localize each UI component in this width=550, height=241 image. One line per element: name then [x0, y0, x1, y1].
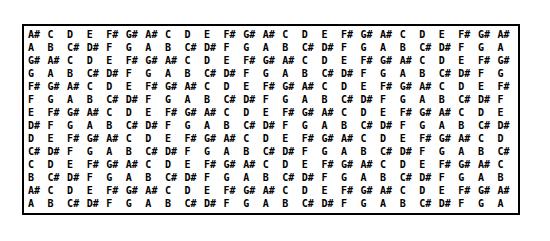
note-cell: E — [341, 54, 361, 67]
note-cell: C — [224, 106, 244, 119]
note-cell: F# — [106, 185, 126, 198]
note-cell: D — [380, 133, 400, 146]
note-cell: F — [458, 198, 478, 211]
note-cell: F — [478, 67, 498, 80]
note-cell: A# — [497, 185, 517, 198]
note-cell: A# — [184, 80, 204, 93]
note-cell: B — [497, 172, 517, 185]
note-cell: C — [126, 133, 146, 146]
note-cell: F — [126, 67, 146, 80]
note-cell: A# — [458, 133, 478, 146]
note-cell: E — [380, 106, 400, 119]
note-cell: C — [106, 106, 126, 119]
note-cell: C# — [28, 146, 48, 159]
note-cell: G — [243, 198, 263, 211]
note-cell: E — [145, 106, 165, 119]
note-cell: C — [341, 106, 361, 119]
note-cell: F — [165, 119, 185, 132]
note-cell: F — [419, 146, 439, 159]
note-cell: C# — [478, 119, 498, 132]
note-cell: D — [204, 54, 224, 67]
note-cell: A# — [243, 159, 263, 172]
note-cell: D — [302, 28, 322, 41]
note-cell: G — [243, 41, 263, 54]
note-cell: G — [145, 67, 165, 80]
note-cell: F — [145, 93, 165, 106]
note-cell: F# — [184, 133, 204, 146]
note-cell: A# — [87, 106, 107, 119]
note-cell: G — [302, 119, 322, 132]
note-cell: F — [497, 93, 517, 106]
note-cell: C — [458, 106, 478, 119]
note-cell: E — [106, 54, 126, 67]
note-cell: A — [204, 119, 224, 132]
note-cell: E — [28, 106, 48, 119]
note-cell: F# — [458, 28, 478, 41]
note-cell: D# — [145, 119, 165, 132]
note-cell: F — [341, 41, 361, 54]
note-cell: B — [361, 146, 381, 159]
note-cell: D# — [87, 198, 107, 211]
note-cell: G# — [361, 28, 381, 41]
note-cell: G — [380, 67, 400, 80]
note-cell: G# — [361, 185, 381, 198]
note-cell: A — [497, 41, 517, 54]
note-cell: F# — [106, 28, 126, 41]
note-cell: G — [67, 119, 87, 132]
note-cell: G# — [341, 159, 361, 172]
page: A#CDEF#G#A#CDEF#G#A#CDEF#G#A#CDEF#G#A#AB… — [0, 0, 550, 241]
note-cell: D — [419, 185, 439, 198]
note-cell: C# — [263, 146, 283, 159]
note-cell: D — [282, 159, 302, 172]
note-cell: C# — [224, 93, 244, 106]
note-cell: F# — [419, 133, 439, 146]
note-cell: G# — [224, 159, 244, 172]
note-cell: G — [361, 41, 381, 54]
note-cell: E — [126, 80, 146, 93]
note-cell: D# — [361, 93, 381, 106]
note-cell: A — [380, 198, 400, 211]
note-cell: G — [28, 67, 48, 80]
note-cell: C — [204, 80, 224, 93]
note-cell: F — [361, 67, 381, 80]
note-cell: F — [263, 93, 283, 106]
note-cell: C# — [204, 67, 224, 80]
note-cell: G# — [48, 80, 68, 93]
note-cell: G# — [497, 54, 517, 67]
note-cell: A — [400, 67, 420, 80]
note-cell: F# — [204, 159, 224, 172]
note-cell: C — [165, 28, 185, 41]
note-cell: E — [478, 80, 498, 93]
note-cell: G — [126, 198, 146, 211]
note-cell: A — [224, 146, 244, 159]
note-cell: C# — [126, 119, 146, 132]
note-cell: G — [458, 172, 478, 185]
note-cell: C# — [361, 119, 381, 132]
note-cell: D — [48, 159, 68, 172]
note-cell: G — [165, 93, 185, 106]
note-cell: E — [458, 54, 478, 67]
note-cell: C — [478, 133, 498, 146]
note-cell: D — [87, 54, 107, 67]
note-cell: B — [282, 198, 302, 211]
note-cell: F# — [126, 54, 146, 67]
note-cell: B — [106, 119, 126, 132]
note-cell: D — [439, 54, 459, 67]
note-cell: G# — [400, 80, 420, 93]
note-cell: G — [321, 146, 341, 159]
note-cell: G# — [439, 133, 459, 146]
note-cell: G# — [478, 28, 498, 41]
note-cell: G# — [126, 28, 146, 41]
note-cell: A — [263, 41, 283, 54]
note-cell: C# — [48, 172, 68, 185]
note-cell: C — [87, 80, 107, 93]
note-cell: G — [126, 41, 146, 54]
note-cell: C — [302, 54, 322, 67]
note-cell: D — [106, 80, 126, 93]
note-cell: E — [400, 133, 420, 146]
note-cell: G — [497, 67, 517, 80]
note-cell: C# — [106, 93, 126, 106]
note-cell: D# — [165, 146, 185, 159]
note-cell: F — [48, 119, 68, 132]
note-cell: C — [263, 159, 283, 172]
note-cell: G# — [126, 185, 146, 198]
note-cell: F# — [361, 54, 381, 67]
note-cell: G# — [419, 106, 439, 119]
note-cell: B — [282, 41, 302, 54]
note-cell: F# — [224, 185, 244, 198]
note-cell: C — [400, 28, 420, 41]
note-cell: B — [341, 119, 361, 132]
note-cell: E — [87, 28, 107, 41]
note-cell: A# — [145, 185, 165, 198]
note-cell: A — [145, 41, 165, 54]
note-cell: F — [243, 67, 263, 80]
note-cell: A# — [302, 80, 322, 93]
note-cell: C — [380, 159, 400, 172]
note-cell: B — [28, 172, 48, 185]
note-cell: D — [165, 159, 185, 172]
note-cell: G — [341, 172, 361, 185]
note-cell: D# — [224, 67, 244, 80]
note-cell: E — [48, 133, 68, 146]
note-cell: C — [282, 185, 302, 198]
note-cell: F — [204, 172, 224, 185]
note-cell: G — [263, 67, 283, 80]
note-cell: F — [224, 198, 244, 211]
note-cell: A — [439, 119, 459, 132]
note-cell: D — [224, 80, 244, 93]
note-cell: A# — [497, 28, 517, 41]
note-cell: D# — [204, 198, 224, 211]
note-cell: A — [282, 67, 302, 80]
note-cell: G# — [263, 54, 283, 67]
note-cell: B — [48, 41, 68, 54]
note-cell: D# — [458, 67, 478, 80]
note-cell: A# — [282, 54, 302, 67]
note-cell: A — [28, 198, 48, 211]
note-cell: D — [341, 80, 361, 93]
note-cell: C# — [321, 67, 341, 80]
note-cell: D# — [243, 93, 263, 106]
note-cell: D — [497, 133, 517, 146]
note-cell: B — [48, 198, 68, 211]
note-cell: A# — [361, 159, 381, 172]
note-cell: C# — [184, 41, 204, 54]
note-cell: C# — [419, 198, 439, 211]
note-cell: F — [439, 172, 459, 185]
note-cell: C# — [184, 198, 204, 211]
note-cell: B — [419, 67, 439, 80]
note-cell: A — [106, 146, 126, 159]
note-cell: D# — [400, 146, 420, 159]
note-cell: F — [282, 119, 302, 132]
note-cell: A — [361, 172, 381, 185]
note-cell: F — [87, 172, 107, 185]
note-cell: A — [478, 172, 498, 185]
note-cell: B — [478, 146, 498, 159]
note-cell: F# — [400, 106, 420, 119]
note-cell: G# — [380, 54, 400, 67]
note-cell: G# — [243, 28, 263, 41]
note-cell: B — [439, 93, 459, 106]
note-cell: C — [67, 54, 87, 67]
note-cell: E — [321, 185, 341, 198]
note-cell: A — [321, 119, 341, 132]
note-cell: D — [28, 133, 48, 146]
note-cell: F# — [380, 80, 400, 93]
note-cell: A — [87, 119, 107, 132]
note-cell: A# — [28, 185, 48, 198]
note-cell: F# — [145, 80, 165, 93]
note-cell: A# — [400, 54, 420, 67]
note-cell: D# — [439, 198, 459, 211]
note-cell: B — [458, 119, 478, 132]
note-cell: F — [341, 198, 361, 211]
note-cell: D — [184, 185, 204, 198]
note-cell: E — [67, 159, 87, 172]
note-cell: D — [67, 28, 87, 41]
note-cell: E — [165, 133, 185, 146]
note-cell: E — [497, 106, 517, 119]
note-cell: B — [126, 146, 146, 159]
note-cell: A# — [263, 28, 283, 41]
note-cell: D# — [282, 146, 302, 159]
note-cell: G# — [87, 133, 107, 146]
note-cell: C — [165, 185, 185, 198]
note-cell: F# — [224, 28, 244, 41]
note-cell: D — [400, 159, 420, 172]
note-cell: A — [48, 67, 68, 80]
note-cell: G — [400, 93, 420, 106]
note-cell: F — [184, 146, 204, 159]
note-cell: G — [419, 119, 439, 132]
note-cell: F# — [302, 133, 322, 146]
note-cell: D# — [28, 119, 48, 132]
note-cell: E — [439, 28, 459, 41]
note-cell: B — [165, 41, 185, 54]
note-cell: E — [321, 28, 341, 41]
note-cell: A — [497, 198, 517, 211]
note-cell: D — [184, 28, 204, 41]
note-cell: B — [243, 146, 263, 159]
note-cell: G# — [106, 159, 126, 172]
note-cell: G — [478, 198, 498, 211]
note-cell: B — [67, 67, 87, 80]
note-cell: C — [243, 133, 263, 146]
note-cell: D# — [87, 41, 107, 54]
note-cell: A — [263, 198, 283, 211]
note-cell: F# — [478, 54, 498, 67]
note-cell: C — [145, 159, 165, 172]
note-cell: G# — [282, 80, 302, 93]
note-cell: D — [145, 133, 165, 146]
note-cell: E — [282, 133, 302, 146]
note-cell: E — [224, 54, 244, 67]
note-cell: A — [28, 41, 48, 54]
note-cell: F# — [48, 106, 68, 119]
note-cell: A# — [263, 185, 283, 198]
note-cell: D# — [204, 41, 224, 54]
note-cell: B — [165, 198, 185, 211]
note-cell: C# — [419, 41, 439, 54]
note-cell: A# — [28, 28, 48, 41]
note-cell: E — [302, 159, 322, 172]
note-cell: E — [419, 159, 439, 172]
note-cell: A# — [380, 185, 400, 198]
note-cell: F — [28, 93, 48, 106]
note-cell: E — [439, 185, 459, 198]
note-cell: G# — [28, 54, 48, 67]
note-cell: F# — [165, 106, 185, 119]
note-cell: D# — [341, 67, 361, 80]
note-cell: A# — [380, 28, 400, 41]
note-cell: C# — [145, 146, 165, 159]
note-cell: G — [361, 198, 381, 211]
note-cell: C — [48, 28, 68, 41]
note-cell: A — [302, 93, 322, 106]
note-cell: A — [458, 146, 478, 159]
note-cell: C# — [439, 67, 459, 80]
note-cell: B — [380, 172, 400, 185]
note-cell: F# — [458, 185, 478, 198]
note-cell: D — [243, 106, 263, 119]
note-cell: A# — [204, 106, 224, 119]
note-cell: F# — [439, 159, 459, 172]
note-cell: F# — [341, 185, 361, 198]
note-cell: D# — [419, 172, 439, 185]
note-cell: B — [400, 41, 420, 54]
note-cell: C# — [400, 172, 420, 185]
note-cell: A# — [419, 80, 439, 93]
note-cell: G# — [478, 185, 498, 198]
note-cell: D# — [478, 93, 498, 106]
note-cell: E — [263, 106, 283, 119]
note-cell: D# — [67, 172, 87, 185]
note-cell: D — [458, 80, 478, 93]
note-cell: G# — [204, 133, 224, 146]
note-cell: A — [126, 172, 146, 185]
note-cell: A — [243, 172, 263, 185]
note-cell: F# — [243, 54, 263, 67]
note-cell: C# — [165, 172, 185, 185]
note-cell: B — [145, 172, 165, 185]
note-cell: D# — [302, 172, 322, 185]
note-cell: D — [67, 185, 87, 198]
note-cell: C# — [458, 93, 478, 106]
note-cell: C — [28, 159, 48, 172]
note-cell: B — [263, 172, 283, 185]
note-cell: D — [126, 106, 146, 119]
note-cell: B — [204, 93, 224, 106]
note-cell: G# — [302, 106, 322, 119]
note-cell: E — [204, 185, 224, 198]
note-cell: D# — [263, 119, 283, 132]
note-cell: F# — [282, 106, 302, 119]
note-cell: F — [224, 41, 244, 54]
note-cell: D — [478, 106, 498, 119]
note-cell: C# — [302, 41, 322, 54]
note-cell: D# — [106, 67, 126, 80]
note-cell: A — [380, 41, 400, 54]
note-cell: A# — [106, 133, 126, 146]
note-cell: G — [439, 146, 459, 159]
note-cell: F# — [321, 159, 341, 172]
note-cell: A# — [67, 80, 87, 93]
note-cell: G — [204, 146, 224, 159]
note-cell: C# — [380, 146, 400, 159]
note-cell: G — [106, 172, 126, 185]
note-cell: G# — [145, 54, 165, 67]
note-cell: D# — [439, 41, 459, 54]
note-cell: C# — [282, 172, 302, 185]
note-cell: D# — [497, 119, 517, 132]
note-cell: A# — [439, 106, 459, 119]
note-cell: C — [321, 80, 341, 93]
note-cell: F# — [341, 28, 361, 41]
note-cell: A# — [341, 133, 361, 146]
note-cell: A — [341, 146, 361, 159]
note-cell: G# — [243, 185, 263, 198]
note-cell: B — [224, 119, 244, 132]
note-cell: F# — [28, 80, 48, 93]
note-cell: F# — [497, 80, 517, 93]
note-cell: D# — [380, 119, 400, 132]
note-cell: C — [48, 185, 68, 198]
note-cell: D — [419, 28, 439, 41]
note-cell: F# — [87, 159, 107, 172]
note-grid-board: A#CDEF#G#A#CDEF#G#A#CDEF#G#A#CDEF#G#A#AB… — [22, 24, 520, 215]
note-cell: F# — [263, 80, 283, 93]
note-cell: B — [321, 93, 341, 106]
note-cell: E — [184, 159, 204, 172]
note-cell: A — [145, 198, 165, 211]
note-cell: C# — [341, 93, 361, 106]
note-cell: F — [380, 93, 400, 106]
note-cell: C# — [67, 41, 87, 54]
note-cell: C# — [67, 198, 87, 211]
note-cell: A# — [165, 54, 185, 67]
note-cell: F — [67, 146, 87, 159]
note-cell: G# — [165, 80, 185, 93]
note-cell: A# — [321, 106, 341, 119]
note-cell: E — [243, 80, 263, 93]
note-cell: F — [458, 41, 478, 54]
